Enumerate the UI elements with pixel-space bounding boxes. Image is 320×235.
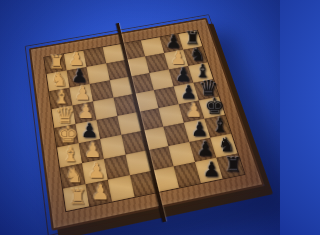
square-f6 xyxy=(163,122,189,145)
photo-background: ♜♟♟♜♞♟♟♞♝♟♟♝♛♟♟♛♚♟♟♚♝♟♟♝♞♟♟♞♜♟♟♜ xyxy=(0,0,280,235)
square-h8: ♜ xyxy=(216,153,244,178)
square-e8: ♚ xyxy=(199,96,225,118)
white-king-e1: ♚ xyxy=(57,123,79,145)
black-knight-b8: ♞ xyxy=(188,44,208,64)
square-f8: ♝ xyxy=(204,114,231,137)
black-rook-a8: ♜ xyxy=(183,28,203,48)
square-a1: ♜ xyxy=(44,54,66,74)
black-queen-d8: ♛ xyxy=(198,78,219,99)
square-h7: ♟ xyxy=(195,157,223,182)
black-bishop-c8: ♝ xyxy=(193,60,213,80)
white-pawn-d2: ♟ xyxy=(75,100,96,121)
white-knight-g1: ♞ xyxy=(63,163,86,186)
square-h2: ♟ xyxy=(86,179,112,205)
square-g1: ♞ xyxy=(60,163,86,189)
white-pawn-f2: ♟ xyxy=(82,139,104,161)
chess-board-frame: ♜♟♟♜♞♟♟♞♝♟♟♝♛♟♟♛♚♟♟♚♝♟♟♝♞♟♟♞♜♟♟♜ xyxy=(29,17,265,230)
square-g8: ♞ xyxy=(210,133,237,157)
black-bishop-f8: ♝ xyxy=(210,114,232,136)
black-rook-h8: ♜ xyxy=(222,153,244,175)
black-knight-g8: ♞ xyxy=(216,133,238,155)
black-king-e8: ♚ xyxy=(204,95,225,116)
chess-board: ♜♟♟♜♞♟♟♞♝♟♟♝♛♟♟♛♚♟♟♚♝♟♟♝♞♟♟♞♜♟♟♜ xyxy=(44,30,244,210)
